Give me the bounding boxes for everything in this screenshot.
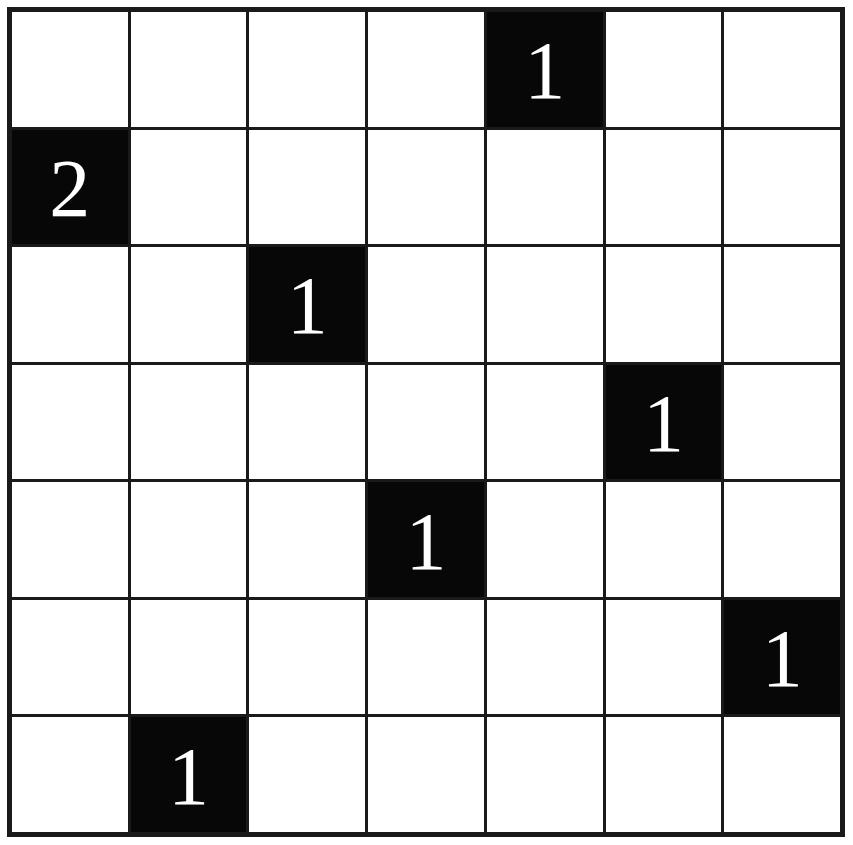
cell-r0c3[interactable] — [368, 12, 484, 127]
cell-r6c5[interactable] — [606, 717, 722, 832]
cell-r0c6[interactable] — [724, 12, 840, 127]
cell-r0c1[interactable] — [131, 12, 247, 127]
clue-number: 1 — [643, 383, 684, 465]
page: 1211111 — [0, 0, 853, 845]
cell-r5c5[interactable] — [606, 600, 722, 715]
black-cell-r0c4: 1 — [487, 12, 603, 127]
cell-r1c3[interactable] — [368, 130, 484, 245]
black-cell-r4c3: 1 — [368, 482, 484, 597]
black-cell-r5c6: 1 — [724, 600, 840, 715]
cell-r0c5[interactable] — [606, 12, 722, 127]
clue-number: 1 — [524, 30, 565, 112]
cell-r5c0[interactable] — [12, 600, 128, 715]
cell-r3c0[interactable] — [12, 365, 128, 480]
clue-number: 1 — [762, 618, 803, 700]
cell-r2c5[interactable] — [606, 247, 722, 362]
cell-r2c4[interactable] — [487, 247, 603, 362]
cell-r3c3[interactable] — [368, 365, 484, 480]
cell-r2c1[interactable] — [131, 247, 247, 362]
cell-r1c2[interactable] — [249, 130, 365, 245]
cell-r4c1[interactable] — [131, 482, 247, 597]
clue-number: 1 — [168, 736, 209, 818]
black-cell-r1c0: 2 — [12, 130, 128, 245]
cell-r6c6[interactable] — [724, 717, 840, 832]
cell-r1c6[interactable] — [724, 130, 840, 245]
cell-r2c0[interactable] — [12, 247, 128, 362]
cell-r5c2[interactable] — [249, 600, 365, 715]
cell-r0c2[interactable] — [249, 12, 365, 127]
cell-r1c5[interactable] — [606, 130, 722, 245]
cell-r3c1[interactable] — [131, 365, 247, 480]
cell-r6c4[interactable] — [487, 717, 603, 832]
akari-board: 1211111 — [7, 7, 845, 837]
cell-r5c4[interactable] — [487, 600, 603, 715]
cell-r6c2[interactable] — [249, 717, 365, 832]
black-cell-r6c1: 1 — [131, 717, 247, 832]
cell-r6c0[interactable] — [12, 717, 128, 832]
cell-r3c6[interactable] — [724, 365, 840, 480]
cell-r5c1[interactable] — [131, 600, 247, 715]
cell-r0c0[interactable] — [12, 12, 128, 127]
cell-r6c3[interactable] — [368, 717, 484, 832]
cell-r4c6[interactable] — [724, 482, 840, 597]
cell-r2c3[interactable] — [368, 247, 484, 362]
cell-r4c0[interactable] — [12, 482, 128, 597]
cell-r5c3[interactable] — [368, 600, 484, 715]
cell-r3c4[interactable] — [487, 365, 603, 480]
clue-number: 2 — [49, 148, 90, 230]
black-cell-r2c2: 1 — [249, 247, 365, 362]
cell-r1c1[interactable] — [131, 130, 247, 245]
cell-r4c5[interactable] — [606, 482, 722, 597]
cell-r4c2[interactable] — [249, 482, 365, 597]
clue-number: 1 — [405, 501, 446, 583]
cell-r4c4[interactable] — [487, 482, 603, 597]
cell-r3c2[interactable] — [249, 365, 365, 480]
clue-number: 1 — [287, 265, 328, 347]
cell-r1c4[interactable] — [487, 130, 603, 245]
cell-r2c6[interactable] — [724, 247, 840, 362]
black-cell-r3c5: 1 — [606, 365, 722, 480]
